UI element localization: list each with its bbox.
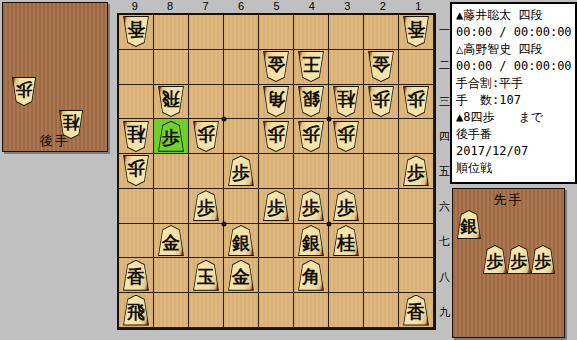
board-cell-2九[interactable] <box>364 293 399 328</box>
piece-kanji: 金 <box>262 51 290 82</box>
board-cell-9四[interactable]: 桂 <box>119 119 154 154</box>
shogi-piece-銀-sente[interactable]: 銀 <box>456 210 482 239</box>
piece-kanji: 歩 <box>530 245 556 274</box>
file-label-8: 8 <box>152 0 187 13</box>
piece-kanji: 玉 <box>192 260 220 291</box>
board-cell-6九[interactable] <box>224 293 259 328</box>
shogi-piece-歩-gote[interactable]: 歩 <box>367 86 395 117</box>
board-cell-3九[interactable] <box>329 293 364 328</box>
piece-kanji: 香 <box>402 16 430 47</box>
shogi-piece-角-gote[interactable]: 角 <box>262 86 290 117</box>
piece-kanji: 飛 <box>122 295 150 326</box>
board-cell-5五[interactable] <box>259 154 294 189</box>
shogi-piece-歩-sente[interactable]: 歩 <box>157 121 185 152</box>
board-cell-9八[interactable]: 香 <box>119 258 154 293</box>
shogi-piece-歩-sente[interactable]: 歩 <box>297 190 325 221</box>
piece-kanji: 歩 <box>402 86 430 117</box>
board-cell-4二[interactable]: 王 <box>294 50 329 85</box>
board-cell-7三[interactable] <box>189 85 224 120</box>
rank-label-六: 六 <box>436 189 453 224</box>
shogi-piece-歩-gote[interactable]: 歩 <box>332 121 360 152</box>
piece-kanji: 王 <box>297 51 325 82</box>
game-info-panel: ▲藤井聡太 四段00:00 / 00:00:00△高野智史 四段00:00 / … <box>450 2 577 184</box>
piece-kanji: 歩 <box>262 190 290 221</box>
board-cell-5三[interactable]: 角 <box>259 85 294 120</box>
board-cell-4一[interactable] <box>294 15 329 50</box>
board-cell-1六[interactable] <box>399 189 434 224</box>
info-line: 手 数:107 <box>456 92 571 109</box>
piece-kanji: 歩 <box>227 155 255 186</box>
board-cell-3五[interactable] <box>329 154 364 189</box>
board-cell-1八[interactable] <box>399 258 434 293</box>
board-cell-1五[interactable]: 歩 <box>399 154 434 189</box>
board-cell-9五[interactable]: 歩 <box>119 154 154 189</box>
board-cell-7八[interactable]: 玉 <box>189 258 224 293</box>
piece-kanji: 歩 <box>297 190 325 221</box>
shogi-piece-歩-sente[interactable]: 歩 <box>192 190 220 221</box>
piece-kanji: 金 <box>367 51 395 82</box>
board-cell-7五[interactable] <box>189 154 224 189</box>
piece-kanji: 香 <box>122 260 150 291</box>
board-cell-6四[interactable] <box>224 119 259 154</box>
board-cell-8四[interactable]: 歩 <box>154 119 189 154</box>
gote-hand-tray[interactable]: 後手 歩桂 <box>2 2 108 152</box>
board-cell-6八[interactable]: 金 <box>224 258 259 293</box>
board-cell-3七[interactable]: 桂 <box>329 224 364 259</box>
board-cell-2三[interactable]: 歩 <box>364 85 399 120</box>
shogi-piece-香-sente[interactable]: 香 <box>402 295 430 326</box>
shogi-piece-歩-gote[interactable]: 歩 <box>402 86 430 117</box>
board-cell-6六[interactable] <box>224 189 259 224</box>
rank-label-八: 八 <box>436 260 453 295</box>
board-cell-8五[interactable] <box>154 154 189 189</box>
board-cell-4六[interactable]: 歩 <box>294 189 329 224</box>
board-cell-8八[interactable] <box>154 258 189 293</box>
board-cell-7四[interactable]: 歩 <box>189 119 224 154</box>
shogi-piece-金-sente[interactable]: 金 <box>227 260 255 291</box>
board-cell-7一[interactable] <box>189 15 224 50</box>
piece-kanji: 桂 <box>58 110 84 139</box>
board-cell-3三[interactable]: 桂 <box>329 85 364 120</box>
piece-kanji: 桂 <box>332 225 360 256</box>
piece-kanji: 銀 <box>227 225 255 256</box>
shogi-piece-桂-gote[interactable]: 桂 <box>332 86 360 117</box>
file-label-4: 4 <box>294 0 329 13</box>
piece-kanji: 飛 <box>157 86 185 117</box>
piece-kanji: 角 <box>262 86 290 117</box>
board-cell-6七[interactable]: 銀 <box>224 224 259 259</box>
shogi-piece-香-gote[interactable]: 香 <box>122 16 150 47</box>
board-cell-1七[interactable] <box>399 224 434 259</box>
board-cell-4八[interactable]: 角 <box>294 258 329 293</box>
board-cell-6一[interactable] <box>224 15 259 50</box>
board-cell-3一[interactable] <box>329 15 364 50</box>
shogi-piece-歩-gote[interactable]: 歩 <box>297 121 325 152</box>
piece-kanji: 香 <box>122 16 150 47</box>
board-cell-5六[interactable]: 歩 <box>259 189 294 224</box>
piece-kanji: 歩 <box>11 77 37 106</box>
shogi-piece-銀-gote[interactable]: 銀 <box>297 86 325 117</box>
board-cell-5九[interactable] <box>259 293 294 328</box>
sente-hand-tray[interactable]: 先手 銀歩歩歩 <box>452 188 565 338</box>
info-line: 順位戦 <box>456 160 571 177</box>
board-cell-9九[interactable]: 飛 <box>119 293 154 328</box>
piece-kanji: 歩 <box>332 121 360 152</box>
board-cell-7七[interactable] <box>189 224 224 259</box>
piece-kanji: 歩 <box>367 86 395 117</box>
shogi-app-window: 後手 歩桂 987654321 一二三四五六七八九 香香金王金飛角銀桂歩歩桂歩歩… <box>0 0 577 340</box>
shogi-piece-桂-gote[interactable]: 桂 <box>58 110 84 139</box>
shogi-piece-歩-sente[interactable]: 歩 <box>506 245 532 274</box>
piece-kanji: 歩 <box>506 245 532 274</box>
board-cell-3八[interactable] <box>329 258 364 293</box>
file-label-1: 1 <box>401 0 436 13</box>
board-cell-9三[interactable] <box>119 85 154 120</box>
file-label-2: 2 <box>365 0 400 13</box>
shogi-piece-銀-sente[interactable]: 銀 <box>227 225 255 256</box>
shogi-piece-飛-gote[interactable]: 飛 <box>157 86 185 117</box>
board-cell-2八[interactable] <box>364 258 399 293</box>
piece-kanji: 銀 <box>297 86 325 117</box>
file-label-6: 6 <box>223 0 258 13</box>
shogi-piece-歩-sente[interactable]: 歩 <box>227 155 255 186</box>
board-cell-9六[interactable] <box>119 189 154 224</box>
board-cell-6五[interactable]: 歩 <box>224 154 259 189</box>
piece-kanji: 歩 <box>192 190 220 221</box>
info-line: ▲藤井聡太 四段 <box>456 7 571 24</box>
shogi-piece-香-sente[interactable]: 香 <box>122 260 150 291</box>
piece-kanji: 桂 <box>122 121 150 152</box>
board-cell-4九[interactable] <box>294 293 329 328</box>
board-cell-6二[interactable] <box>224 50 259 85</box>
shogi-piece-歩-sente[interactable]: 歩 <box>482 245 508 274</box>
shogi-piece-玉-sente[interactable]: 玉 <box>192 260 220 291</box>
piece-kanji: 銀 <box>297 225 325 256</box>
piece-kanji: 歩 <box>192 121 220 152</box>
board-cell-5七[interactable] <box>259 224 294 259</box>
gote-tray-label: 後手 <box>3 132 107 150</box>
board-cell-1三[interactable]: 歩 <box>399 85 434 120</box>
file-label-9: 9 <box>117 0 152 13</box>
shogi-piece-歩-gote[interactable]: 歩 <box>262 121 290 152</box>
piece-kanji: 金 <box>227 260 255 291</box>
shogi-piece-金-sente[interactable]: 金 <box>157 225 185 256</box>
info-line: 2017/12/07 <box>456 143 571 160</box>
shogi-piece-歩-gote[interactable]: 歩 <box>11 77 37 106</box>
file-label-7: 7 <box>188 0 223 13</box>
board-cell-3六[interactable]: 歩 <box>329 189 364 224</box>
shogi-piece-歩-gote[interactable]: 歩 <box>192 121 220 152</box>
sente-tray-label: 先手 <box>453 191 564 209</box>
board-cell-4三[interactable]: 銀 <box>294 85 329 120</box>
board-cell-4四[interactable]: 歩 <box>294 119 329 154</box>
shogi-piece-歩-sente[interactable]: 歩 <box>332 190 360 221</box>
piece-kanji: 金 <box>157 225 185 256</box>
info-line: 手合割:平手 <box>456 75 571 92</box>
piece-kanji: 歩 <box>402 155 430 186</box>
info-line: ▲8四歩 まで <box>456 109 571 126</box>
piece-kanji: 桂 <box>332 86 360 117</box>
rank-label-七: 七 <box>436 224 453 259</box>
board-cell-7九[interactable] <box>189 293 224 328</box>
board-cell-3四[interactable]: 歩 <box>329 119 364 154</box>
board-cell-6三[interactable] <box>224 85 259 120</box>
board-cell-2七[interactable] <box>364 224 399 259</box>
board-cell-5八[interactable] <box>259 258 294 293</box>
board-cell-1四[interactable] <box>399 119 434 154</box>
board-cell-1二[interactable] <box>399 50 434 85</box>
piece-kanji: 銀 <box>456 210 482 239</box>
shogi-piece-角-sente[interactable]: 角 <box>297 260 325 291</box>
shogi-piece-歩-sente[interactable]: 歩 <box>402 155 430 186</box>
board-cell-9二[interactable] <box>119 50 154 85</box>
board-cell-5四[interactable]: 歩 <box>259 119 294 154</box>
board-cell-4五[interactable] <box>294 154 329 189</box>
shogi-piece-香-gote[interactable]: 香 <box>402 16 430 47</box>
board-cell-2六[interactable] <box>364 189 399 224</box>
piece-kanji: 歩 <box>157 121 185 152</box>
piece-kanji: 歩 <box>297 121 325 152</box>
rank-label-九: 九 <box>436 295 453 330</box>
board-cell-8一[interactable] <box>154 15 189 50</box>
info-line: 後手番 <box>456 126 571 143</box>
shogi-piece-金-gote[interactable]: 金 <box>262 51 290 82</box>
shogi-piece-歩-gote[interactable]: 歩 <box>122 155 150 186</box>
board-cell-5一[interactable] <box>259 15 294 50</box>
piece-kanji: 香 <box>402 295 430 326</box>
shogi-board: 香香金王金飛角銀桂歩歩桂歩歩歩歩歩歩歩歩歩歩歩歩金銀銀桂香玉金角飛香 <box>117 13 436 330</box>
board-cell-8二[interactable] <box>154 50 189 85</box>
shogi-piece-銀-sente[interactable]: 銀 <box>297 225 325 256</box>
piece-kanji: 歩 <box>122 155 150 186</box>
file-label-3: 3 <box>330 0 365 13</box>
shogi-piece-王-gote[interactable]: 王 <box>297 51 325 82</box>
board-cell-8七[interactable]: 金 <box>154 224 189 259</box>
board-cell-2二[interactable]: 金 <box>364 50 399 85</box>
board-cell-8三[interactable]: 飛 <box>154 85 189 120</box>
shogi-piece-桂-sente[interactable]: 桂 <box>332 225 360 256</box>
board-cell-2五[interactable] <box>364 154 399 189</box>
piece-kanji: 歩 <box>332 190 360 221</box>
shogi-piece-桂-gote[interactable]: 桂 <box>122 121 150 152</box>
board-cell-5二[interactable]: 金 <box>259 50 294 85</box>
board-cell-3二[interactable] <box>329 50 364 85</box>
board-cell-9七[interactable] <box>119 224 154 259</box>
board-cell-1一[interactable]: 香 <box>399 15 434 50</box>
file-label-5: 5 <box>259 0 294 13</box>
board-cell-9一[interactable]: 香 <box>119 15 154 50</box>
board-cell-2一[interactable] <box>364 15 399 50</box>
shogi-piece-飛-sente[interactable]: 飛 <box>122 295 150 326</box>
board-cell-8六[interactable] <box>154 189 189 224</box>
shogi-piece-歩-sente[interactable]: 歩 <box>530 245 556 274</box>
board-cell-1九[interactable]: 香 <box>399 293 434 328</box>
shogi-piece-歩-sente[interactable]: 歩 <box>262 190 290 221</box>
piece-kanji: 角 <box>297 260 325 291</box>
board-cell-8九[interactable] <box>154 293 189 328</box>
board-cell-4七[interactable]: 銀 <box>294 224 329 259</box>
piece-kanji: 歩 <box>262 121 290 152</box>
board-cell-7六[interactable]: 歩 <box>189 189 224 224</box>
shogi-piece-金-gote[interactable]: 金 <box>367 51 395 82</box>
file-coordinate-labels: 987654321 <box>117 0 436 13</box>
info-line: △高野智史 四段 <box>456 41 571 58</box>
piece-kanji: 歩 <box>482 245 508 274</box>
info-line: 00:00 / 00:00:00 <box>456 58 571 75</box>
info-line: 00:00 / 00:00:00 <box>456 24 571 41</box>
board-cell-7二[interactable] <box>189 50 224 85</box>
board-cell-2四[interactable] <box>364 119 399 154</box>
